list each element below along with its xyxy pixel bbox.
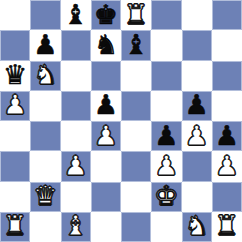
square-e3[interactable] [121,151,151,181]
piece-black-pawn[interactable]: ♟ [185,91,209,118]
square-g3[interactable] [182,151,212,181]
square-a3[interactable] [0,151,30,181]
square-h2[interactable] [212,182,242,212]
piece-white-pawn[interactable]: ♟ [94,122,118,149]
square-g8[interactable] [182,0,212,30]
square-b3[interactable] [30,151,60,181]
square-a8[interactable] [0,0,30,30]
square-g5[interactable]: ♟ [182,91,212,121]
square-d4[interactable]: ♟ [91,121,121,151]
square-h7[interactable] [212,30,242,60]
square-d3[interactable] [91,151,121,181]
square-g1[interactable]: ♞ [182,212,212,242]
square-c4[interactable] [61,121,91,151]
square-c2[interactable] [61,182,91,212]
square-e5[interactable] [121,91,151,121]
piece-white-bishop[interactable]: ♝ [64,212,88,239]
piece-black-pawn[interactable]: ♟ [33,31,57,58]
piece-white-pawn[interactable]: ♟ [154,152,178,179]
square-d2[interactable] [91,182,121,212]
square-c8[interactable]: ♝ [61,0,91,30]
square-c3[interactable]: ♟ [61,151,91,181]
square-a5[interactable]: ♟ [0,91,30,121]
piece-black-pawn[interactable]: ♟ [215,122,239,149]
piece-white-pawn[interactable]: ♟ [3,91,27,118]
piece-white-rook[interactable]: ♜ [215,212,239,239]
square-g2[interactable] [182,182,212,212]
square-e6[interactable] [121,61,151,91]
piece-black-pawn[interactable]: ♟ [94,91,118,118]
square-c1[interactable]: ♝ [61,212,91,242]
square-a4[interactable] [0,121,30,151]
piece-black-queen[interactable]: ♛ [3,61,27,88]
piece-black-king[interactable]: ♚ [94,1,118,28]
piece-white-queen[interactable]: ♛ [33,182,57,209]
piece-white-pawn[interactable]: ♟ [64,152,88,179]
square-f5[interactable] [151,91,181,121]
square-e8[interactable]: ♜ [121,0,151,30]
piece-white-knight[interactable]: ♞ [33,61,57,88]
square-g4[interactable]: ♟ [182,121,212,151]
piece-black-knight[interactable]: ♞ [94,31,118,58]
square-d1[interactable] [91,212,121,242]
piece-black-pawn[interactable]: ♟ [154,122,178,149]
square-h6[interactable] [212,61,242,91]
square-a2[interactable] [0,182,30,212]
square-h1[interactable]: ♜ [212,212,242,242]
square-e4[interactable] [121,121,151,151]
square-b2[interactable]: ♛ [30,182,60,212]
square-d8[interactable]: ♚ [91,0,121,30]
square-b8[interactable] [30,0,60,30]
square-d6[interactable] [91,61,121,91]
square-b1[interactable] [30,212,60,242]
square-a1[interactable]: ♜ [0,212,30,242]
square-f7[interactable] [151,30,181,60]
piece-white-knight[interactable]: ♞ [185,212,209,239]
square-h4[interactable]: ♟ [212,121,242,151]
square-e7[interactable]: ♝ [121,30,151,60]
piece-white-pawn[interactable]: ♟ [215,152,239,179]
square-f1[interactable] [151,212,181,242]
piece-white-king[interactable]: ♚ [154,182,178,209]
square-g6[interactable] [182,61,212,91]
square-h3[interactable]: ♟ [212,151,242,181]
piece-black-bishop[interactable]: ♝ [64,1,88,28]
square-f4[interactable]: ♟ [151,121,181,151]
piece-white-pawn[interactable]: ♟ [185,122,209,149]
square-e1[interactable] [121,212,151,242]
square-c5[interactable] [61,91,91,121]
square-b5[interactable] [30,91,60,121]
square-a7[interactable] [0,30,30,60]
square-b6[interactable]: ♞ [30,61,60,91]
square-d5[interactable]: ♟ [91,91,121,121]
square-f2[interactable]: ♚ [151,182,181,212]
piece-white-rook[interactable]: ♜ [124,1,148,28]
piece-white-rook[interactable]: ♜ [3,212,27,239]
square-h5[interactable] [212,91,242,121]
square-f3[interactable]: ♟ [151,151,181,181]
square-a6[interactable]: ♛ [0,61,30,91]
square-d7[interactable]: ♞ [91,30,121,60]
square-b4[interactable] [30,121,60,151]
chess-board: ♝♚♜♟♞♝♛♞♟♟♟♟♟♟♟♟♟♟♛♚♜♝♞♜ [0,0,242,242]
square-f8[interactable] [151,0,181,30]
square-c7[interactable] [61,30,91,60]
piece-black-bishop[interactable]: ♝ [124,31,148,58]
square-h8[interactable] [212,0,242,30]
square-f6[interactable] [151,61,181,91]
square-c6[interactable] [61,61,91,91]
square-e2[interactable] [121,182,151,212]
square-b7[interactable]: ♟ [30,30,60,60]
square-g7[interactable] [182,30,212,60]
